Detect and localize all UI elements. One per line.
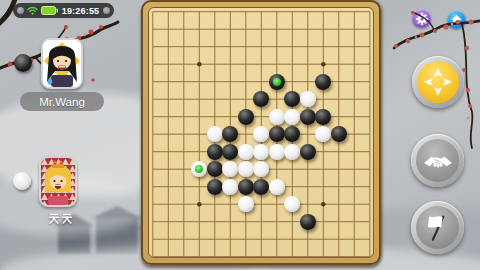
- settings-button[interactable]: [412, 9, 431, 28]
- gear-icon: [415, 12, 429, 26]
- stone-white: [238, 161, 254, 177]
- player-top-avatar: [41, 38, 83, 89]
- player-bottom-stone-white: [13, 172, 31, 190]
- white-flag-icon: [421, 211, 454, 244]
- stone-white: [284, 144, 300, 160]
- gomoku-board[interactable]: [141, 0, 381, 265]
- player-top-name: Mr.Wang: [20, 92, 104, 111]
- stone-white: [253, 144, 269, 160]
- last-move-marker: [273, 78, 281, 86]
- stone-white: [269, 109, 285, 125]
- player-top-stone-black: [14, 54, 32, 72]
- stone-black: [300, 144, 316, 160]
- stone-black: [207, 161, 223, 177]
- stone-white: [207, 126, 223, 142]
- player-bottom-avatar: [39, 156, 77, 207]
- stone-black: [238, 179, 254, 195]
- menu-dot-icon: [103, 7, 110, 14]
- stone-black: [207, 179, 223, 195]
- stone-black: [207, 144, 223, 160]
- last-move-marker: [195, 165, 203, 173]
- stone-white: [269, 144, 285, 160]
- home-button[interactable]: [447, 10, 466, 29]
- stone-white: [238, 144, 254, 160]
- stone-black: [238, 109, 254, 125]
- clock-text: 19:26:55: [61, 6, 100, 16]
- stone-black: [269, 74, 285, 90]
- stone-white: [284, 109, 300, 125]
- stone-black: [222, 144, 238, 160]
- handshake-icon: [422, 145, 454, 177]
- four-arrows-icon: [421, 65, 455, 99]
- status-bar: 19:26:55: [13, 3, 114, 18]
- battery-icon: [41, 6, 58, 15]
- player-bottom-name: [49, 213, 73, 224]
- stone-black: [315, 109, 331, 125]
- board-play-area: [143, 2, 379, 263]
- wifi-icon: [27, 6, 38, 15]
- stone-black: [315, 74, 331, 90]
- stone-white: [222, 179, 238, 195]
- stone-black: [300, 109, 316, 125]
- stone-white: [269, 179, 285, 195]
- resign-button[interactable]: [411, 201, 464, 254]
- signal-dot-icon: [17, 7, 24, 14]
- gomoku-app-screen: 19:26:55 Mr.Wang: [0, 0, 480, 270]
- home-icon: [450, 13, 463, 26]
- draw-button[interactable]: [411, 134, 464, 187]
- stone-white: [300, 91, 316, 107]
- dpad-button[interactable]: [412, 56, 464, 108]
- stone-black: [253, 179, 269, 195]
- stone-black: [269, 126, 285, 142]
- stone-black: [331, 126, 347, 142]
- stone-white: [238, 196, 254, 212]
- stone-black: [300, 214, 316, 230]
